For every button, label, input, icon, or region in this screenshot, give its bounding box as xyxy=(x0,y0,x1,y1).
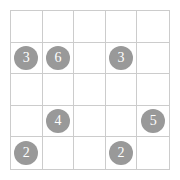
cell-r3c1[interactable] xyxy=(11,74,43,106)
cell-r5c1[interactable]: 2 xyxy=(11,137,43,169)
cell-r1c1[interactable] xyxy=(11,11,43,43)
cell-r3c3[interactable] xyxy=(74,74,106,106)
cell-r2c4[interactable]: 3 xyxy=(106,43,138,75)
cell-r2c5[interactable] xyxy=(137,43,169,75)
clue-circle: 2 xyxy=(109,141,133,165)
clue-circle: 2 xyxy=(14,141,38,165)
cell-r3c4[interactable] xyxy=(106,74,138,106)
cell-r4c4[interactable] xyxy=(106,106,138,138)
cell-r1c5[interactable] xyxy=(137,11,169,43)
clue-circle: 6 xyxy=(46,46,70,70)
cell-r4c3[interactable] xyxy=(74,106,106,138)
cell-r2c3[interactable] xyxy=(74,43,106,75)
shikaku-board: 3634522 xyxy=(10,10,170,170)
cell-r3c5[interactable] xyxy=(137,74,169,106)
cell-r2c2[interactable]: 6 xyxy=(43,43,75,75)
clue-circle: 3 xyxy=(109,46,133,70)
cell-r1c3[interactable] xyxy=(74,11,106,43)
cell-r3c2[interactable] xyxy=(43,74,75,106)
clue-circle: 4 xyxy=(46,109,70,133)
cell-r5c5[interactable] xyxy=(137,137,169,169)
cell-r4c1[interactable] xyxy=(11,106,43,138)
cell-r1c4[interactable] xyxy=(106,11,138,43)
cell-r4c2[interactable]: 4 xyxy=(43,106,75,138)
cell-r4c5[interactable]: 5 xyxy=(137,106,169,138)
cell-r1c2[interactable] xyxy=(43,11,75,43)
clue-circle: 3 xyxy=(14,46,38,70)
cell-r5c3[interactable] xyxy=(74,137,106,169)
cell-r5c2[interactable] xyxy=(43,137,75,169)
cell-r5c4[interactable]: 2 xyxy=(106,137,138,169)
cell-r2c1[interactable]: 3 xyxy=(11,43,43,75)
clue-circle: 5 xyxy=(141,109,165,133)
